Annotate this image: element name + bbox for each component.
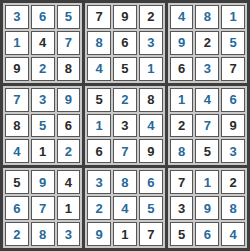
cell-r7c2[interactable]: 9 (31, 170, 55, 194)
cell-r7c4[interactable]: 3 (87, 170, 111, 194)
cell-r2c1[interactable]: 1 (5, 31, 29, 55)
cell-r6c3[interactable]: 2 (57, 139, 81, 163)
cell-r2c4[interactable]: 8 (87, 31, 111, 55)
cell-r7c9[interactable]: 2 (221, 170, 245, 194)
cell-r2c9[interactable]: 5 (221, 31, 245, 55)
cell-r7c7[interactable]: 7 (170, 170, 194, 194)
cell-r1c2[interactable]: 6 (31, 5, 55, 29)
cell-r3c6[interactable]: 1 (139, 57, 163, 81)
cell-r2c3[interactable]: 7 (57, 31, 81, 55)
cell-r1c8[interactable]: 8 (195, 5, 219, 29)
cell-r1c4[interactable]: 7 (87, 5, 111, 29)
cell-r8c5[interactable]: 4 (113, 196, 137, 220)
cell-r5c8[interactable]: 7 (195, 114, 219, 138)
cell-r7c3[interactable]: 4 (57, 170, 81, 194)
sudoku-box-9: 712398564 (168, 168, 247, 248)
cell-r4c2[interactable]: 3 (31, 88, 55, 112)
cell-r4c6[interactable]: 8 (139, 88, 163, 112)
cell-r6c9[interactable]: 3 (221, 139, 245, 163)
cell-r4c4[interactable]: 5 (87, 88, 111, 112)
cell-r1c3[interactable]: 5 (57, 5, 81, 29)
cell-r8c2[interactable]: 7 (31, 196, 55, 220)
cell-r3c2[interactable]: 2 (31, 57, 55, 81)
cell-r1c7[interactable]: 4 (170, 5, 194, 29)
sudoku-board: 3651479287928634514819256377398564125281… (0, 0, 250, 251)
cell-r4c3[interactable]: 9 (57, 88, 81, 112)
cell-r9c3[interactable]: 3 (57, 222, 81, 246)
cell-r6c2[interactable]: 1 (31, 139, 55, 163)
cell-r4c7[interactable]: 1 (170, 88, 194, 112)
cell-r3c3[interactable]: 8 (57, 57, 81, 81)
cell-r8c3[interactable]: 1 (57, 196, 81, 220)
cell-r2c8[interactable]: 2 (195, 31, 219, 55)
cell-r1c9[interactable]: 1 (221, 5, 245, 29)
cell-r6c8[interactable]: 5 (195, 139, 219, 163)
cell-r6c1[interactable]: 4 (5, 139, 29, 163)
cell-r6c5[interactable]: 7 (113, 139, 137, 163)
cell-r8c1[interactable]: 6 (5, 196, 29, 220)
cell-r5c5[interactable]: 3 (113, 114, 137, 138)
cell-r2c2[interactable]: 4 (31, 31, 55, 55)
cell-r7c6[interactable]: 6 (139, 170, 163, 194)
cell-r9c7[interactable]: 5 (170, 222, 194, 246)
sudoku-box-8: 386245917 (85, 168, 164, 248)
cell-r2c5[interactable]: 6 (113, 31, 137, 55)
cell-r3c1[interactable]: 9 (5, 57, 29, 81)
sudoku-box-7: 594671283 (3, 168, 82, 248)
cell-r8c9[interactable]: 8 (221, 196, 245, 220)
cell-r9c2[interactable]: 8 (31, 222, 55, 246)
cell-r5c1[interactable]: 8 (5, 114, 29, 138)
cell-r5c7[interactable]: 2 (170, 114, 194, 138)
cell-r9c1[interactable]: 2 (5, 222, 29, 246)
cell-r5c4[interactable]: 1 (87, 114, 111, 138)
cell-r6c6[interactable]: 9 (139, 139, 163, 163)
sudoku-box-1: 365147928 (3, 3, 82, 83)
cell-r1c5[interactable]: 9 (113, 5, 137, 29)
cell-r8c6[interactable]: 5 (139, 196, 163, 220)
cell-r5c3[interactable]: 6 (57, 114, 81, 138)
cell-r7c1[interactable]: 5 (5, 170, 29, 194)
cell-r2c7[interactable]: 9 (170, 31, 194, 55)
cell-r2c6[interactable]: 3 (139, 31, 163, 55)
cell-r1c6[interactable]: 2 (139, 5, 163, 29)
cell-r9c6[interactable]: 7 (139, 222, 163, 246)
cell-r5c6[interactable]: 4 (139, 114, 163, 138)
cell-r8c4[interactable]: 2 (87, 196, 111, 220)
cell-r4c8[interactable]: 4 (195, 88, 219, 112)
cell-r4c9[interactable]: 6 (221, 88, 245, 112)
cell-r6c4[interactable]: 6 (87, 139, 111, 163)
cell-r3c8[interactable]: 3 (195, 57, 219, 81)
cell-r1c1[interactable]: 3 (5, 5, 29, 29)
cell-r8c7[interactable]: 3 (170, 196, 194, 220)
cell-r7c5[interactable]: 8 (113, 170, 137, 194)
cell-r8c8[interactable]: 9 (195, 196, 219, 220)
sudoku-box-4: 739856412 (3, 86, 82, 166)
cell-r9c8[interactable]: 6 (195, 222, 219, 246)
cell-r5c2[interactable]: 5 (31, 114, 55, 138)
cell-r3c4[interactable]: 4 (87, 57, 111, 81)
cell-r7c8[interactable]: 1 (195, 170, 219, 194)
cell-r4c5[interactable]: 2 (113, 88, 137, 112)
sudoku-box-6: 146279853 (168, 86, 247, 166)
cell-r5c9[interactable]: 9 (221, 114, 245, 138)
cell-r9c4[interactable]: 9 (87, 222, 111, 246)
cell-r3c7[interactable]: 6 (170, 57, 194, 81)
cell-r6c7[interactable]: 8 (170, 139, 194, 163)
cell-r3c9[interactable]: 7 (221, 57, 245, 81)
cell-r4c1[interactable]: 7 (5, 88, 29, 112)
sudoku-box-3: 481925637 (168, 3, 247, 83)
sudoku-box-2: 792863451 (85, 3, 164, 83)
sudoku-box-5: 528134679 (85, 86, 164, 166)
cell-r3c5[interactable]: 5 (113, 57, 137, 81)
cell-r9c5[interactable]: 1 (113, 222, 137, 246)
cell-r9c9[interactable]: 4 (221, 222, 245, 246)
